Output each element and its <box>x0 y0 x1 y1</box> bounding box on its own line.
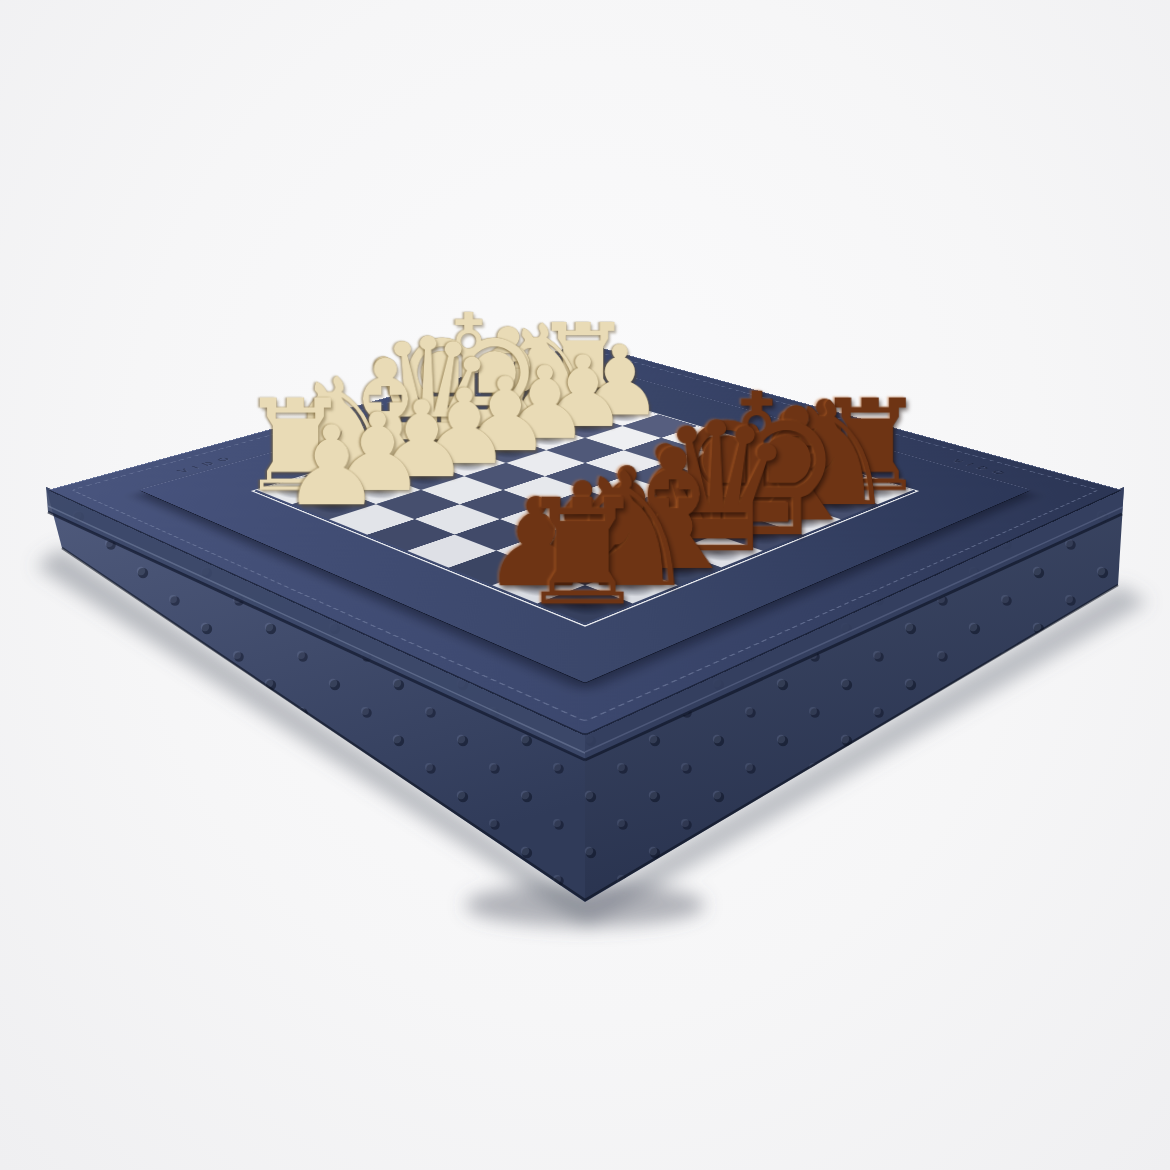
product-photo-stage: VIDO VIDO ♜♟♟♜♞♟♟♞♝♟♟♝♚♟♟♚♛♟♟♛♝♟♟♝♞♟♟♞♜♟… <box>0 0 1170 1170</box>
piece-white-pawn: ♟ <box>282 411 381 521</box>
board-panel: ♜♟♟♜♞♟♟♞♝♟♟♝♚♟♟♚♛♟♟♛♝♟♟♝♞♟♟♞♜♟♟♜ <box>140 364 1031 683</box>
square-h2: ♟ <box>292 490 376 519</box>
square-h8: ♜ <box>538 585 633 623</box>
scene: VIDO VIDO ♜♟♟♜♞♟♟♞♝♟♟♝♚♟♟♚♛♟♟♛♝♟♟♝♞♟♟♞♜♟… <box>205 110 965 870</box>
chess-board: ♜♟♟♜♞♟♟♞♝♟♟♝♚♟♟♚♛♟♟♛♝♟♟♝♞♟♟♞♜♟♟♜ <box>251 392 919 627</box>
box-lid-top: VIDO VIDO ♜♟♟♜♞♟♟♞♝♟♟♝♚♟♟♚♛♟♟♛♝♟♟♝♞♟♟♞♜♟… <box>48 343 1123 736</box>
